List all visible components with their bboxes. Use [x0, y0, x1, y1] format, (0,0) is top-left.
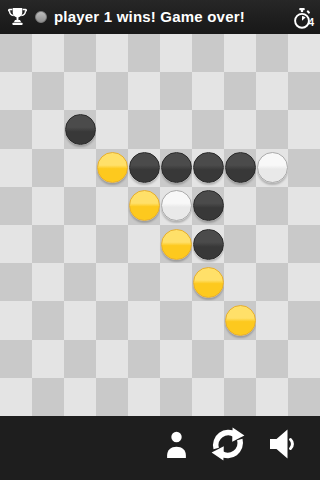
- board-cell-r4c7[interactable]: [224, 187, 256, 225]
- board-cell-r4c1[interactable]: [32, 187, 64, 225]
- board-cell-r7c3[interactable]: [96, 301, 128, 339]
- restart-game-button[interactable]: [210, 425, 246, 463]
- board-cell-r6c0[interactable]: [0, 263, 32, 301]
- board-cell-r9c3[interactable]: [96, 378, 128, 416]
- stone-yellow: [161, 229, 192, 260]
- stone-white: [161, 190, 192, 221]
- board-cell-r6c3[interactable]: [96, 263, 128, 301]
- stone-yellow: [193, 267, 224, 298]
- board-cell-r9c8[interactable]: [256, 378, 288, 416]
- board-cell-r2c0[interactable]: [0, 110, 32, 148]
- game-screen: player 1 wins! Game over! 4: [0, 0, 320, 480]
- board-cell-r7c0[interactable]: [0, 301, 32, 339]
- board-cell-r8c4[interactable]: [128, 340, 160, 378]
- board-cell-r2c8[interactable]: [256, 110, 288, 148]
- board-cell-r6c7[interactable]: [224, 263, 256, 301]
- move-timer: 4: [292, 3, 314, 31]
- board-cell-r1c7[interactable]: [224, 72, 256, 110]
- board-cell-r1c9[interactable]: [288, 72, 320, 110]
- sound-toggle-button[interactable]: [268, 427, 296, 461]
- board-cell-r8c1[interactable]: [32, 340, 64, 378]
- stone-black: [161, 152, 192, 183]
- board-cell-r2c3[interactable]: [96, 110, 128, 148]
- board-cell-r3c1[interactable]: [32, 149, 64, 187]
- stone-white: [257, 152, 288, 183]
- board-cell-r2c4[interactable]: [128, 110, 160, 148]
- board-cell-r7c7[interactable]: [224, 301, 256, 339]
- board-cell-r5c1[interactable]: [32, 225, 64, 263]
- board-cell-r9c6[interactable]: [192, 378, 224, 416]
- board-cell-r9c7[interactable]: [224, 378, 256, 416]
- board-cell-r5c5[interactable]: [160, 225, 192, 263]
- board-cell-r3c0[interactable]: [0, 149, 32, 187]
- board-cell-r0c3[interactable]: [96, 34, 128, 72]
- board-cell-r5c2[interactable]: [64, 225, 96, 263]
- board-cell-r6c4[interactable]: [128, 263, 160, 301]
- board-cell-r1c3[interactable]: [96, 72, 128, 110]
- stone-black: [193, 229, 224, 260]
- board-cell-r4c4[interactable]: [128, 187, 160, 225]
- board-cell-r7c1[interactable]: [32, 301, 64, 339]
- board-cell-r6c5[interactable]: [160, 263, 192, 301]
- board-cell-r3c2[interactable]: [64, 149, 96, 187]
- board-cell-r1c0[interactable]: [0, 72, 32, 110]
- board-cell-r5c4[interactable]: [128, 225, 160, 263]
- board-cell-r7c4[interactable]: [128, 301, 160, 339]
- status-bar: player 1 wins! Game over! 4: [0, 0, 320, 34]
- board-cell-r3c3[interactable]: [96, 149, 128, 187]
- player-profile-button[interactable]: [165, 430, 188, 459]
- board-cell-r1c4[interactable]: [128, 72, 160, 110]
- board-cell-r8c2[interactable]: [64, 340, 96, 378]
- board-cell-r0c6[interactable]: [192, 34, 224, 72]
- board-cell-r0c7[interactable]: [224, 34, 256, 72]
- board-cell-r6c9[interactable]: [288, 263, 320, 301]
- board-cell-r8c7[interactable]: [224, 340, 256, 378]
- board-cell-r3c8[interactable]: [256, 149, 288, 187]
- board-cell-r0c5[interactable]: [160, 34, 192, 72]
- board-cell-r9c1[interactable]: [32, 378, 64, 416]
- board-cell-r1c2[interactable]: [64, 72, 96, 110]
- board-cell-r9c0[interactable]: [0, 378, 32, 416]
- board-cell-r2c1[interactable]: [32, 110, 64, 148]
- board-cell-r0c9[interactable]: [288, 34, 320, 72]
- timer-count: 4: [308, 18, 314, 28]
- board-cell-r3c7[interactable]: [224, 149, 256, 187]
- board-cell-r6c6[interactable]: [192, 263, 224, 301]
- board-cell-r2c5[interactable]: [160, 110, 192, 148]
- stone-black: [193, 152, 224, 183]
- speaker-icon: [268, 427, 296, 461]
- board-cell-r9c4[interactable]: [128, 378, 160, 416]
- status-text: player 1 wins! Game over!: [54, 0, 245, 34]
- board-cell-r8c0[interactable]: [0, 340, 32, 378]
- stone-black: [129, 152, 160, 183]
- board-cell-r1c6[interactable]: [192, 72, 224, 110]
- board-cell-r5c7[interactable]: [224, 225, 256, 263]
- board-cell-r4c3[interactable]: [96, 187, 128, 225]
- board-cell-r5c9[interactable]: [288, 225, 320, 263]
- board-cell-r9c9[interactable]: [288, 378, 320, 416]
- board-cell-r7c6[interactable]: [192, 301, 224, 339]
- board-cell-r8c6[interactable]: [192, 340, 224, 378]
- board-cell-r0c2[interactable]: [64, 34, 96, 72]
- board-cell-r1c1[interactable]: [32, 72, 64, 110]
- board-cell-r5c0[interactable]: [0, 225, 32, 263]
- board-cell-r3c6[interactable]: [192, 149, 224, 187]
- game-board: [0, 34, 320, 416]
- board-cell-r4c0[interactable]: [0, 187, 32, 225]
- board-cell-r2c7[interactable]: [224, 110, 256, 148]
- board-cell-r1c8[interactable]: [256, 72, 288, 110]
- person-icon: [165, 430, 188, 459]
- board-cell-r0c1[interactable]: [32, 34, 64, 72]
- board-cell-r4c8[interactable]: [256, 187, 288, 225]
- stone-yellow: [225, 305, 256, 336]
- board-cell-r0c4[interactable]: [128, 34, 160, 72]
- board-cell-r8c3[interactable]: [96, 340, 128, 378]
- board-cell-r8c5[interactable]: [160, 340, 192, 378]
- stone-black: [225, 152, 256, 183]
- board-cell-r8c8[interactable]: [256, 340, 288, 378]
- board-cell-r0c8[interactable]: [256, 34, 288, 72]
- winner-stone-icon: [35, 11, 47, 23]
- board-cell-r4c2[interactable]: [64, 187, 96, 225]
- board-cell-r3c9[interactable]: [288, 149, 320, 187]
- board-cell-r5c6[interactable]: [192, 225, 224, 263]
- board-cell-r1c5[interactable]: [160, 72, 192, 110]
- stone-yellow: [97, 152, 128, 183]
- board-cell-r7c2[interactable]: [64, 301, 96, 339]
- bottom-toolbar: [0, 416, 320, 480]
- board-cell-r2c2[interactable]: [64, 110, 96, 148]
- board-cell-r5c3[interactable]: [96, 225, 128, 263]
- board-cell-r9c5[interactable]: [160, 378, 192, 416]
- board-cell-r7c5[interactable]: [160, 301, 192, 339]
- board-cell-r3c5[interactable]: [160, 149, 192, 187]
- board-cell-r5c8[interactable]: [256, 225, 288, 263]
- board-cell-r7c8[interactable]: [256, 301, 288, 339]
- board-cell-r4c6[interactable]: [192, 187, 224, 225]
- board-cell-r4c9[interactable]: [288, 187, 320, 225]
- board-cell-r0c0[interactable]: [0, 34, 32, 72]
- board-cell-r2c9[interactable]: [288, 110, 320, 148]
- board-cell-r3c4[interactable]: [128, 149, 160, 187]
- board-cell-r6c2[interactable]: [64, 263, 96, 301]
- stone-black: [65, 114, 96, 145]
- board-cell-r8c9[interactable]: [288, 340, 320, 378]
- board-cell-r9c2[interactable]: [64, 378, 96, 416]
- sync-arrows-icon: [210, 425, 246, 463]
- trophy-icon: [8, 7, 27, 28]
- board-cell-r6c8[interactable]: [256, 263, 288, 301]
- board-cell-r2c6[interactable]: [192, 110, 224, 148]
- board-cell-r6c1[interactable]: [32, 263, 64, 301]
- stone-yellow: [129, 190, 160, 221]
- stone-black: [193, 190, 224, 221]
- board-cell-r7c9[interactable]: [288, 301, 320, 339]
- board-cell-r4c5[interactable]: [160, 187, 192, 225]
